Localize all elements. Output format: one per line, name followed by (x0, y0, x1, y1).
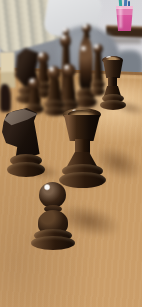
beige-object (0, 52, 16, 89)
rook-cup-wall (103, 60, 123, 78)
knight-base-2 (7, 162, 45, 177)
rook-cup-wall (64, 115, 100, 141)
bishop-head (60, 34, 71, 48)
pink-pen-cup (116, 6, 133, 31)
photo-chess-pieces-on-table: ♝ ♚ ♟ ♞ ♟ ♟ (0, 0, 142, 307)
pawn-head (47, 66, 61, 80)
chess-piece-pawn-front: ♟ (30, 180, 76, 250)
pawn-head (37, 52, 49, 64)
king-knob (82, 24, 91, 33)
pawn-base-2 (31, 236, 75, 250)
pawn-head (28, 78, 40, 90)
chess-piece-knight-front: ♞ (2, 106, 46, 182)
pawn-body (47, 79, 62, 102)
pawn-head (93, 44, 103, 54)
cup-highlight (119, 8, 122, 28)
